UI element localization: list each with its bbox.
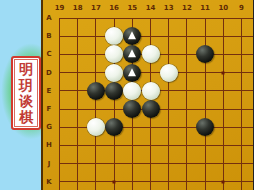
black-stone[interactable] [105, 118, 123, 136]
grid-line-vertical [95, 18, 96, 190]
black-stone[interactable] [123, 45, 141, 63]
white-stone[interactable] [87, 118, 105, 136]
column-label: 12 [182, 4, 192, 12]
star-point [113, 180, 116, 183]
video-frame: 明玥谈棋 191817161514131211109ABCDEFGHJK [0, 0, 253, 190]
column-label: 13 [164, 4, 174, 12]
row-label: J [48, 160, 51, 168]
row-label: B [46, 32, 51, 40]
channel-title-char: 明 [19, 61, 33, 77]
go-board[interactable]: 191817161514131211109ABCDEFGHJK [41, 0, 253, 190]
white-stone[interactable] [105, 64, 123, 82]
column-label: 10 [218, 4, 228, 12]
column-label: 18 [73, 4, 83, 12]
channel-title-char: 谈 [19, 93, 33, 109]
column-label: 17 [91, 4, 101, 12]
white-stone[interactable] [105, 45, 123, 63]
grid-line-vertical [168, 18, 169, 190]
channel-title-char: 玥 [19, 77, 33, 93]
row-label: G [46, 123, 52, 131]
black-stone[interactable] [123, 64, 141, 82]
channel-title-char: 棋 [19, 109, 33, 125]
white-stone[interactable] [123, 82, 141, 100]
channel-title-box: 明玥谈棋 [11, 56, 41, 130]
white-stone[interactable] [142, 45, 160, 63]
grid-line-vertical [223, 18, 224, 190]
row-label: H [46, 141, 52, 149]
column-label: 15 [127, 4, 137, 12]
white-stone[interactable] [105, 27, 123, 45]
column-label: 11 [200, 4, 210, 12]
black-stone[interactable] [196, 45, 214, 63]
row-label: D [46, 69, 52, 77]
grid-line-horizontal [60, 18, 254, 19]
black-stone[interactable] [87, 82, 105, 100]
grid-line-horizontal [60, 145, 254, 146]
column-label: 14 [146, 4, 156, 12]
star-point [222, 71, 225, 74]
grid-line-vertical [186, 18, 187, 190]
row-label: A [46, 14, 51, 22]
black-stone[interactable] [196, 118, 214, 136]
column-label: 16 [109, 4, 119, 12]
triangle-marker [128, 68, 136, 76]
grid-line-horizontal [60, 163, 254, 164]
black-stone[interactable] [142, 100, 160, 118]
column-label: 19 [55, 4, 65, 12]
black-stone[interactable] [105, 82, 123, 100]
grid-line-vertical [205, 18, 206, 190]
grid-line-vertical [77, 18, 78, 190]
triangle-marker [128, 32, 136, 40]
grid-line-vertical [241, 18, 242, 190]
star-point [222, 180, 225, 183]
row-label: F [47, 105, 52, 113]
white-stone[interactable] [142, 82, 160, 100]
row-label: K [46, 178, 51, 186]
black-stone[interactable] [123, 27, 141, 45]
white-stone[interactable] [160, 64, 178, 82]
row-label: E [47, 87, 52, 95]
row-label: C [46, 50, 51, 58]
grid-line-vertical [59, 18, 60, 190]
column-label: 9 [239, 4, 244, 12]
channel-sidebar: 明玥谈棋 [0, 0, 41, 190]
grid-line-horizontal [60, 36, 254, 37]
black-stone[interactable] [123, 100, 141, 118]
triangle-marker [128, 50, 136, 58]
